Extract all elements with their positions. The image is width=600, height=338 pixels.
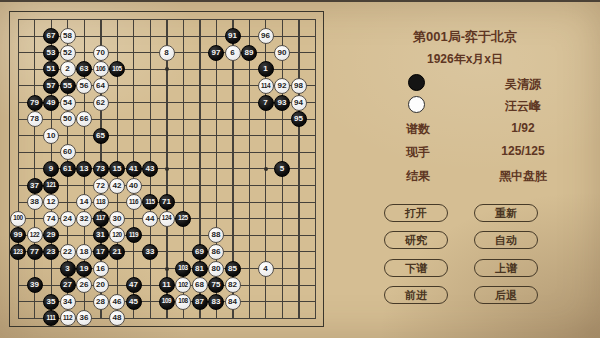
stone-black-121: 121 xyxy=(43,178,59,194)
stone-black-111: 111 xyxy=(43,310,59,326)
stone-black-63: 63 xyxy=(76,61,92,77)
stone-black-45: 45 xyxy=(126,294,142,310)
stone-white-78: 78 xyxy=(27,111,43,127)
stone-black-95: 95 xyxy=(291,111,307,127)
stone-white-22: 22 xyxy=(60,244,76,260)
stat-row-result: 结果 黑中盘胜 xyxy=(330,165,600,185)
open-button[interactable]: 打开 xyxy=(384,204,448,222)
stone-white-36: 36 xyxy=(76,310,92,326)
stone-black-1: 1 xyxy=(258,61,274,77)
stone-black-5: 5 xyxy=(274,161,290,177)
stone-white-32: 32 xyxy=(76,211,92,227)
stone-black-65: 65 xyxy=(93,128,109,144)
stone-black-57: 57 xyxy=(43,78,59,94)
stone-white-90: 90 xyxy=(274,45,290,61)
stone-white-102: 102 xyxy=(175,277,191,293)
stone-black-75: 75 xyxy=(208,277,224,293)
stone-white-58: 58 xyxy=(60,28,76,44)
stone-white-14: 14 xyxy=(76,194,92,210)
stone-black-37: 37 xyxy=(27,178,43,194)
stone-white-70: 70 xyxy=(93,45,109,61)
stone-black-51: 51 xyxy=(43,61,59,77)
stone-white-86: 86 xyxy=(208,244,224,260)
stone-white-50: 50 xyxy=(60,111,76,127)
hoshi-point xyxy=(165,167,169,171)
stone-white-106: 106 xyxy=(93,61,109,77)
stone-white-10: 10 xyxy=(43,128,59,144)
stone-white-64: 64 xyxy=(93,78,109,94)
stone-white-120: 120 xyxy=(109,227,125,243)
stone-black-35: 35 xyxy=(43,294,59,310)
game-date: 1926年x月x日 xyxy=(330,51,600,68)
black-player-row: 吴清源 xyxy=(330,73,600,93)
stone-black-49: 49 xyxy=(43,95,59,111)
forward-button[interactable]: 前进 xyxy=(384,286,448,304)
stone-black-79: 79 xyxy=(27,95,43,111)
go-board[interactable]: 1234567891011121314151617181920212223242… xyxy=(0,2,338,338)
stone-white-44: 44 xyxy=(142,211,158,227)
stone-black-87: 87 xyxy=(192,294,208,310)
stone-white-114: 114 xyxy=(258,78,274,94)
stone-white-94: 94 xyxy=(291,95,307,111)
stone-black-67: 67 xyxy=(43,28,59,44)
stone-black-7: 7 xyxy=(258,95,274,111)
stone-white-100: 100 xyxy=(10,211,26,227)
stat-row-record: 谱数 1/92 xyxy=(330,118,600,138)
stone-white-46: 46 xyxy=(109,294,125,310)
stone-black-103: 103 xyxy=(175,261,191,277)
info-panel: 第001局-弈于北京 1926年x月x日 吴清源 汪云峰 谱数 1/92 现手 … xyxy=(330,2,600,338)
white-player-name: 汪云峰 xyxy=(468,98,578,115)
stone-black-77: 77 xyxy=(27,244,43,260)
auto-button[interactable]: 自动 xyxy=(474,231,538,249)
stone-white-8: 8 xyxy=(159,45,175,61)
stone-black-27: 27 xyxy=(60,277,76,293)
stone-black-9: 9 xyxy=(43,161,59,177)
stone-white-98: 98 xyxy=(291,78,307,94)
stone-black-13: 13 xyxy=(76,161,92,177)
stone-white-66: 66 xyxy=(76,111,92,127)
stone-white-42: 42 xyxy=(109,178,125,194)
stone-white-124: 124 xyxy=(159,211,175,227)
stone-white-28: 28 xyxy=(93,294,109,310)
black-stone-icon xyxy=(408,74,425,91)
stone-black-41: 41 xyxy=(126,161,142,177)
stat-row-move: 现手 125/125 xyxy=(330,141,600,161)
result-label: 结果 xyxy=(378,168,458,185)
stone-white-52: 52 xyxy=(60,45,76,61)
stone-white-24: 24 xyxy=(60,211,76,227)
stone-white-4: 4 xyxy=(258,261,274,277)
stone-white-2: 2 xyxy=(60,61,76,77)
stone-white-74: 74 xyxy=(43,211,59,227)
stone-white-54: 54 xyxy=(60,95,76,111)
record-count-label: 谱数 xyxy=(378,121,458,138)
stone-black-117: 117 xyxy=(93,211,109,227)
stone-black-53: 53 xyxy=(43,45,59,61)
stone-white-118: 118 xyxy=(93,194,109,210)
stone-black-125: 125 xyxy=(175,211,191,227)
stone-black-23: 23 xyxy=(43,244,59,260)
stone-white-16: 16 xyxy=(93,261,109,277)
stone-black-3: 3 xyxy=(60,261,76,277)
next-record-button[interactable]: 下谱 xyxy=(384,259,448,277)
hoshi-point xyxy=(165,67,169,71)
restart-button[interactable]: 重新 xyxy=(474,204,538,222)
stone-white-122: 122 xyxy=(27,227,43,243)
stone-white-92: 92 xyxy=(274,78,290,94)
result-value: 黑中盘胜 xyxy=(468,168,578,185)
stone-black-91: 91 xyxy=(225,28,241,44)
stone-black-11: 11 xyxy=(159,277,175,293)
stone-black-61: 61 xyxy=(60,161,76,177)
stone-white-30: 30 xyxy=(109,211,125,227)
study-button[interactable]: 研究 xyxy=(384,231,448,249)
game-title: 第001局-弈于北京 xyxy=(330,28,600,46)
stone-black-115: 115 xyxy=(142,194,158,210)
stone-black-21: 21 xyxy=(109,244,125,260)
current-move-label: 现手 xyxy=(378,144,458,161)
stone-black-83: 83 xyxy=(208,294,224,310)
stone-black-109: 109 xyxy=(159,294,175,310)
stone-white-20: 20 xyxy=(93,277,109,293)
stone-black-31: 31 xyxy=(93,227,109,243)
stone-black-97: 97 xyxy=(208,45,224,61)
stone-black-17: 17 xyxy=(93,244,109,260)
white-player-row: 汪云峰 xyxy=(330,95,600,115)
stone-black-93: 93 xyxy=(274,95,290,111)
white-stone-icon xyxy=(408,96,425,113)
stone-black-33: 33 xyxy=(142,244,158,260)
stone-white-116: 116 xyxy=(126,194,142,210)
stone-white-60: 60 xyxy=(60,144,76,160)
stone-white-12: 12 xyxy=(43,194,59,210)
stone-black-39: 39 xyxy=(27,277,43,293)
stone-black-69: 69 xyxy=(192,244,208,260)
stone-white-6: 6 xyxy=(225,45,241,61)
stone-black-89: 89 xyxy=(241,45,257,61)
black-player-name: 吴清源 xyxy=(468,76,578,93)
stone-white-38: 38 xyxy=(27,194,43,210)
stone-black-123: 123 xyxy=(10,244,26,260)
stone-black-43: 43 xyxy=(142,161,158,177)
stone-white-112: 112 xyxy=(60,310,76,326)
stone-black-71: 71 xyxy=(159,194,175,210)
stone-white-96: 96 xyxy=(258,28,274,44)
current-move-value: 125/125 xyxy=(468,144,578,158)
stone-white-34: 34 xyxy=(60,294,76,310)
stone-black-81: 81 xyxy=(192,261,208,277)
stone-white-62: 62 xyxy=(93,95,109,111)
stone-black-15: 15 xyxy=(109,161,125,177)
app-window: 1234567891011121314151617181920212223242… xyxy=(0,0,600,338)
stone-black-55: 55 xyxy=(60,78,76,94)
back-button[interactable]: 后退 xyxy=(474,286,538,304)
stone-black-47: 47 xyxy=(126,277,142,293)
stone-black-19: 19 xyxy=(76,261,92,277)
stone-white-80: 80 xyxy=(208,261,224,277)
stone-white-56: 56 xyxy=(76,78,92,94)
stone-white-82: 82 xyxy=(225,277,241,293)
prev-record-button[interactable]: 上谱 xyxy=(474,259,538,277)
stone-white-88: 88 xyxy=(208,227,224,243)
stone-white-108: 108 xyxy=(175,294,191,310)
stone-white-84: 84 xyxy=(225,294,241,310)
hoshi-point xyxy=(165,267,169,271)
stone-white-26: 26 xyxy=(76,277,92,293)
stone-black-85: 85 xyxy=(225,261,241,277)
stone-white-40: 40 xyxy=(126,178,142,194)
stone-black-29: 29 xyxy=(43,227,59,243)
stone-white-18: 18 xyxy=(76,244,92,260)
stone-black-119: 119 xyxy=(126,227,142,243)
stone-black-99: 99 xyxy=(10,227,26,243)
stone-white-72: 72 xyxy=(93,178,109,194)
hoshi-point xyxy=(264,167,268,171)
stone-white-68: 68 xyxy=(192,277,208,293)
stone-white-48: 48 xyxy=(109,310,125,326)
record-count-value: 1/92 xyxy=(468,121,578,135)
stone-black-73: 73 xyxy=(93,161,109,177)
stone-black-105: 105 xyxy=(109,61,125,77)
